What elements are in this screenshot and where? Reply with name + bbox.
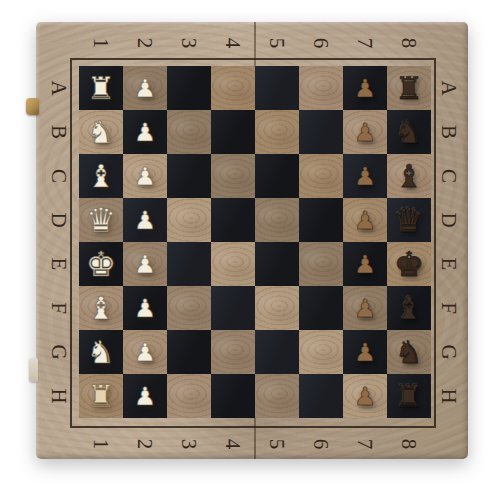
white-knight-B1[interactable]: ♞: [87, 117, 115, 148]
square-B8[interactable]: ♞: [387, 110, 431, 154]
square-A7[interactable]: ♟: [343, 66, 387, 110]
rank-label-bottom-8: 8: [394, 422, 424, 466]
white-pawn-F2[interactable]: ♟: [134, 296, 156, 321]
rank-label-bottom-6: 6: [306, 422, 336, 466]
black-pawn-B7[interactable]: ♟: [354, 120, 376, 145]
square-H6[interactable]: [299, 374, 343, 418]
square-B2[interactable]: ♟: [123, 110, 167, 154]
square-D3[interactable]: [167, 198, 211, 242]
square-F8[interactable]: ♝: [387, 286, 431, 330]
square-C8[interactable]: ♝: [387, 154, 431, 198]
black-pawn-F7[interactable]: ♟: [354, 296, 376, 321]
square-H3[interactable]: [167, 374, 211, 418]
square-D4[interactable]: [211, 198, 255, 242]
square-F5[interactable]: [255, 286, 299, 330]
square-B7[interactable]: ♟: [343, 110, 387, 154]
square-D2[interactable]: ♟: [123, 198, 167, 242]
square-A5[interactable]: [255, 66, 299, 110]
white-rook-H1[interactable]: ♜: [87, 381, 115, 412]
file-label-right-E: E: [427, 247, 471, 281]
rank-label-bottom-3: 3: [174, 422, 204, 466]
file-label-left-D: D: [37, 203, 81, 237]
square-C5[interactable]: [255, 154, 299, 198]
square-B3[interactable]: [167, 110, 211, 154]
square-B4[interactable]: [211, 110, 255, 154]
square-H7[interactable]: ♟: [343, 374, 387, 418]
square-G5[interactable]: [255, 330, 299, 374]
square-F4[interactable]: [211, 286, 255, 330]
file-label-right-B: B: [427, 115, 471, 149]
square-H4[interactable]: [211, 374, 255, 418]
white-queen-D1[interactable]: ♛: [86, 203, 116, 237]
white-rook-A1[interactable]: ♜: [87, 73, 115, 104]
square-F1[interactable]: ♝: [79, 286, 123, 330]
square-H1[interactable]: ♜: [79, 374, 123, 418]
rank-label-bottom-7: 7: [350, 422, 380, 466]
square-A4[interactable]: [211, 66, 255, 110]
square-D1[interactable]: ♛: [79, 198, 123, 242]
square-E7[interactable]: ♟: [343, 242, 387, 286]
white-pawn-B2[interactable]: ♟: [134, 120, 156, 145]
photo-canvas: 12345678 12345678 ABCDEFGH ABCDEFGH ♜♟♟♜…: [0, 0, 500, 488]
square-F2[interactable]: ♟: [123, 286, 167, 330]
bottom-rank-labels: 12345678: [79, 429, 431, 459]
file-label-left-F: F: [37, 291, 81, 325]
square-H2[interactable]: ♟: [123, 374, 167, 418]
square-D5[interactable]: [255, 198, 299, 242]
black-rook-H8[interactable]: ♜: [395, 381, 423, 412]
square-G7[interactable]: ♟: [343, 330, 387, 374]
white-king-E1[interactable]: ♚: [86, 247, 116, 281]
white-pawn-C2[interactable]: ♟: [134, 164, 156, 189]
square-H5[interactable]: [255, 374, 299, 418]
file-label-right-G: G: [427, 335, 471, 369]
white-pawn-D2[interactable]: ♟: [134, 208, 156, 233]
file-label-left-B: B: [37, 115, 81, 149]
black-queen-D8[interactable]: ♛: [394, 203, 424, 237]
rank-label-top-3: 3: [174, 21, 204, 65]
square-C6[interactable]: [299, 154, 343, 198]
rank-label-top-5: 5: [262, 21, 292, 65]
black-pawn-A7[interactable]: ♟: [354, 76, 376, 101]
square-A2[interactable]: ♟: [123, 66, 167, 110]
black-pawn-D7[interactable]: ♟: [354, 208, 376, 233]
white-pawn-G2[interactable]: ♟: [134, 340, 156, 365]
file-label-right-C: C: [427, 159, 471, 193]
square-E4[interactable]: [211, 242, 255, 286]
square-G8[interactable]: ♞: [387, 330, 431, 374]
white-bishop-C1[interactable]: ♝: [87, 161, 115, 192]
black-knight-G8[interactable]: ♞: [395, 337, 423, 368]
square-H8[interactable]: ♜: [387, 374, 431, 418]
black-pawn-E7[interactable]: ♟: [354, 252, 376, 277]
white-bishop-F1[interactable]: ♝: [87, 293, 115, 324]
square-F3[interactable]: [167, 286, 211, 330]
square-G1[interactable]: ♞: [79, 330, 123, 374]
rank-label-top-1: 1: [86, 21, 116, 65]
rank-label-top-4: 4: [218, 21, 248, 65]
file-label-left-A: A: [37, 71, 81, 105]
black-pawn-H7[interactable]: ♟: [354, 384, 376, 409]
square-B6[interactable]: [299, 110, 343, 154]
top-rank-labels: 12345678: [79, 28, 431, 58]
square-E1[interactable]: ♚: [79, 242, 123, 286]
square-E6[interactable]: [299, 242, 343, 286]
square-C7[interactable]: ♟: [343, 154, 387, 198]
square-A8[interactable]: ♜: [387, 66, 431, 110]
file-label-right-H: H: [427, 379, 471, 413]
file-label-left-E: E: [37, 247, 81, 281]
square-E2[interactable]: ♟: [123, 242, 167, 286]
white-pawn-E2[interactable]: ♟: [134, 252, 156, 277]
file-label-right-A: A: [427, 71, 471, 105]
left-file-labels: ABCDEFGH: [42, 66, 76, 418]
file-label-right-F: F: [427, 291, 471, 325]
white-knight-G1[interactable]: ♞: [87, 337, 115, 368]
black-pawn-C7[interactable]: ♟: [354, 164, 376, 189]
square-G6[interactable]: [299, 330, 343, 374]
file-label-left-G: G: [37, 335, 81, 369]
file-label-left-C: C: [37, 159, 81, 193]
black-bishop-C8[interactable]: ♝: [395, 161, 423, 192]
black-knight-B8[interactable]: ♞: [395, 117, 423, 148]
rank-label-top-6: 6: [306, 21, 336, 65]
square-E5[interactable]: [255, 242, 299, 286]
rank-label-bottom-1: 1: [86, 422, 116, 466]
rank-label-top-2: 2: [130, 21, 160, 65]
square-A1[interactable]: ♜: [79, 66, 123, 110]
rank-label-bottom-4: 4: [218, 422, 248, 466]
square-G3[interactable]: [167, 330, 211, 374]
rank-label-top-7: 7: [350, 21, 380, 65]
right-file-labels: ABCDEFGH: [432, 66, 466, 418]
square-C2[interactable]: ♟: [123, 154, 167, 198]
square-G2[interactable]: ♟: [123, 330, 167, 374]
square-C1[interactable]: ♝: [79, 154, 123, 198]
square-E3[interactable]: [167, 242, 211, 286]
square-C4[interactable]: [211, 154, 255, 198]
square-B1[interactable]: ♞: [79, 110, 123, 154]
white-pawn-H2[interactable]: ♟: [134, 384, 156, 409]
rank-label-bottom-2: 2: [130, 422, 160, 466]
black-pawn-G7[interactable]: ♟: [354, 340, 376, 365]
square-F7[interactable]: ♟: [343, 286, 387, 330]
white-pawn-A2[interactable]: ♟: [134, 76, 156, 101]
square-F6[interactable]: [299, 286, 343, 330]
square-E8[interactable]: ♚: [387, 242, 431, 286]
square-B5[interactable]: [255, 110, 299, 154]
rank-label-bottom-5: 5: [262, 422, 292, 466]
square-D6[interactable]: [299, 198, 343, 242]
black-bishop-F8[interactable]: ♝: [395, 293, 423, 324]
chess-board: 12345678 12345678 ABCDEFGH ABCDEFGH ♜♟♟♜…: [36, 22, 468, 459]
square-C3[interactable]: [167, 154, 211, 198]
square-A6[interactable]: [299, 66, 343, 110]
board-grid: ♜♟♟♜♞♟♟♞♝♟♟♝♛♟♟♛♚♟♟♚♝♟♟♝♞♟♟♞♜♟♟♜: [79, 66, 431, 418]
black-rook-A8[interactable]: ♜: [395, 73, 423, 104]
square-D8[interactable]: ♛: [387, 198, 431, 242]
file-label-left-H: H: [37, 379, 81, 413]
square-A3[interactable]: [167, 66, 211, 110]
rank-label-top-8: 8: [394, 21, 424, 65]
square-D7[interactable]: ♟: [343, 198, 387, 242]
black-king-E8[interactable]: ♚: [394, 247, 424, 281]
file-label-right-D: D: [427, 203, 471, 237]
square-G4[interactable]: [211, 330, 255, 374]
